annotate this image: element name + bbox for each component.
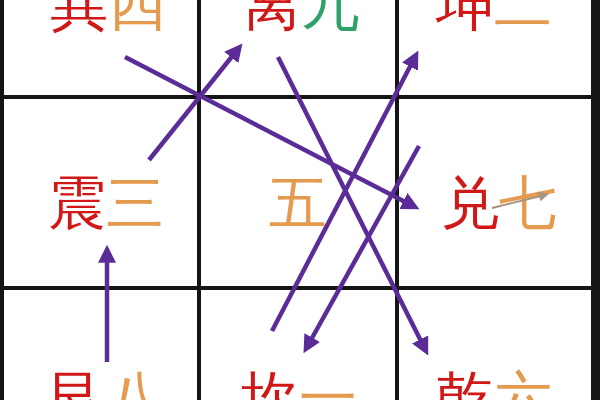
arrow-zhen3-to-li9 <box>149 49 238 160</box>
number-seven: 七 <box>499 172 557 236</box>
trigram-dui: 兑 <box>441 172 499 236</box>
palace-kun-2: 坤二 <box>436 0 552 37</box>
trigram-li: 离 <box>243 0 301 37</box>
number-five: 五 <box>269 172 327 236</box>
palace-xun-4: 巽四 <box>50 0 166 37</box>
number-two: 二 <box>494 0 552 37</box>
trigram-zhen: 震 <box>48 172 106 236</box>
grid-line-vertical-1 <box>197 0 201 400</box>
grid-line-right-border <box>591 0 600 400</box>
palace-qian-6: 乾六 <box>436 367 552 400</box>
number-one: 一 <box>299 367 357 400</box>
number-four: 四 <box>108 0 166 37</box>
trigram-xun: 巽 <box>50 0 108 37</box>
palace-li-9: 离九 <box>243 0 359 37</box>
palace-kan-1: 坎一 <box>241 367 357 400</box>
grid-line-left-border <box>0 0 4 400</box>
number-three: 三 <box>106 172 164 236</box>
number-eight: 八 <box>106 367 164 400</box>
grid-line-vertical-2 <box>395 0 399 400</box>
nine-palace-board: 巽四 离九 坤二 震三 五 兑七 艮八 坎一 乾六 <box>0 0 600 400</box>
palace-center-5: 五 <box>269 172 327 236</box>
trigram-gen: 艮 <box>48 367 106 400</box>
number-nine: 九 <box>301 0 359 37</box>
grid-line-horizontal-1 <box>0 95 600 99</box>
palace-zhen-3: 震三 <box>48 172 164 236</box>
grid-line-horizontal-2 <box>0 286 600 290</box>
palace-dui-7: 兑七 <box>441 172 557 236</box>
palace-gen-8: 艮八 <box>48 367 164 400</box>
trigram-qian: 乾 <box>436 367 494 400</box>
trigram-kun: 坤 <box>436 0 494 37</box>
number-six: 六 <box>494 367 552 400</box>
trigram-kan: 坎 <box>241 367 299 400</box>
